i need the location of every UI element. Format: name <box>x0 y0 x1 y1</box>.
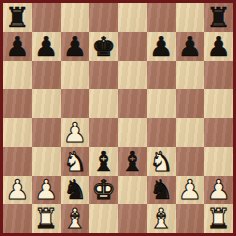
chess-board: ♜♜♟♟♟♚♟♟♟♟♞♝♝♞♟♟♞♚♞♟♟♜♝♝♜ <box>0 0 236 236</box>
square-c7[interactable]: ♟ <box>61 32 90 61</box>
square-h3[interactable] <box>204 147 233 176</box>
piece-black-king[interactable]: ♚ <box>92 33 116 60</box>
square-a4[interactable] <box>3 118 32 147</box>
square-b6[interactable] <box>32 61 61 90</box>
square-g1[interactable] <box>176 204 205 233</box>
square-c3[interactable]: ♞ <box>61 147 90 176</box>
square-h8[interactable]: ♜ <box>204 3 233 32</box>
square-b4[interactable] <box>32 118 61 147</box>
square-f1[interactable]: ♝ <box>147 204 176 233</box>
piece-black-bishop[interactable]: ♝ <box>120 148 144 175</box>
square-e6[interactable] <box>118 61 147 90</box>
square-c5[interactable] <box>61 89 90 118</box>
square-h4[interactable] <box>204 118 233 147</box>
piece-black-rook[interactable]: ♜ <box>5 4 29 31</box>
square-d4[interactable] <box>89 118 118 147</box>
square-g4[interactable] <box>176 118 205 147</box>
square-g8[interactable] <box>176 3 205 32</box>
square-e5[interactable] <box>118 89 147 118</box>
square-h7[interactable]: ♟ <box>204 32 233 61</box>
square-c8[interactable] <box>61 3 90 32</box>
piece-black-pawn[interactable]: ♟ <box>63 33 87 60</box>
square-g6[interactable] <box>176 61 205 90</box>
square-g5[interactable] <box>176 89 205 118</box>
piece-white-knight[interactable]: ♞ <box>63 148 87 175</box>
square-d3[interactable]: ♝ <box>89 147 118 176</box>
square-f4[interactable] <box>147 118 176 147</box>
square-d8[interactable] <box>89 3 118 32</box>
piece-black-knight[interactable]: ♞ <box>149 176 173 203</box>
piece-white-pawn[interactable]: ♟ <box>63 119 87 146</box>
piece-black-pawn[interactable]: ♟ <box>207 33 231 60</box>
piece-white-rook[interactable]: ♜ <box>34 205 58 232</box>
square-c6[interactable] <box>61 61 90 90</box>
piece-white-rook[interactable]: ♜ <box>207 205 231 232</box>
square-e7[interactable] <box>118 32 147 61</box>
piece-white-pawn[interactable]: ♟ <box>207 176 231 203</box>
piece-black-bishop[interactable]: ♝ <box>92 148 116 175</box>
piece-black-pawn[interactable]: ♟ <box>178 33 202 60</box>
square-h2[interactable]: ♟ <box>204 176 233 205</box>
square-b7[interactable]: ♟ <box>32 32 61 61</box>
piece-white-pawn[interactable]: ♟ <box>178 176 202 203</box>
square-h1[interactable]: ♜ <box>204 204 233 233</box>
square-d7[interactable]: ♚ <box>89 32 118 61</box>
square-c1[interactable]: ♝ <box>61 204 90 233</box>
square-b8[interactable] <box>32 3 61 32</box>
piece-black-pawn[interactable]: ♟ <box>34 33 58 60</box>
square-h5[interactable] <box>204 89 233 118</box>
square-g3[interactable] <box>176 147 205 176</box>
square-f8[interactable] <box>147 3 176 32</box>
square-a3[interactable] <box>3 147 32 176</box>
square-a8[interactable]: ♜ <box>3 3 32 32</box>
square-a1[interactable] <box>3 204 32 233</box>
piece-white-pawn[interactable]: ♟ <box>34 176 58 203</box>
square-d2[interactable]: ♚ <box>89 176 118 205</box>
square-g2[interactable]: ♟ <box>176 176 205 205</box>
square-f3[interactable]: ♞ <box>147 147 176 176</box>
square-d1[interactable] <box>89 204 118 233</box>
piece-black-pawn[interactable]: ♟ <box>149 33 173 60</box>
square-e4[interactable] <box>118 118 147 147</box>
square-f2[interactable]: ♞ <box>147 176 176 205</box>
piece-white-pawn[interactable]: ♟ <box>5 176 29 203</box>
piece-black-rook[interactable]: ♜ <box>207 4 231 31</box>
square-g7[interactable]: ♟ <box>176 32 205 61</box>
square-c4[interactable]: ♟ <box>61 118 90 147</box>
square-a6[interactable] <box>3 61 32 90</box>
square-f7[interactable]: ♟ <box>147 32 176 61</box>
square-e1[interactable] <box>118 204 147 233</box>
piece-black-pawn[interactable]: ♟ <box>5 33 29 60</box>
square-h6[interactable] <box>204 61 233 90</box>
piece-black-knight[interactable]: ♞ <box>63 176 87 203</box>
square-f5[interactable] <box>147 89 176 118</box>
square-b2[interactable]: ♟ <box>32 176 61 205</box>
square-a5[interactable] <box>3 89 32 118</box>
square-b1[interactable]: ♜ <box>32 204 61 233</box>
square-c2[interactable]: ♞ <box>61 176 90 205</box>
square-f6[interactable] <box>147 61 176 90</box>
square-e8[interactable] <box>118 3 147 32</box>
piece-white-king[interactable]: ♚ <box>92 176 116 203</box>
square-a2[interactable]: ♟ <box>3 176 32 205</box>
square-a7[interactable]: ♟ <box>3 32 32 61</box>
piece-white-bishop[interactable]: ♝ <box>63 205 87 232</box>
square-e3[interactable]: ♝ <box>118 147 147 176</box>
piece-white-knight[interactable]: ♞ <box>149 148 173 175</box>
square-b3[interactable] <box>32 147 61 176</box>
square-b5[interactable] <box>32 89 61 118</box>
square-d5[interactable] <box>89 89 118 118</box>
square-e2[interactable] <box>118 176 147 205</box>
square-d6[interactable] <box>89 61 118 90</box>
piece-white-bishop[interactable]: ♝ <box>149 205 173 232</box>
